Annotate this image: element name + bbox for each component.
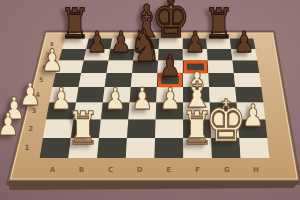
square-d1[interactable] [126, 138, 155, 158]
piece-white-rook-b1[interactable]: ♜ [67, 106, 99, 151]
captured-white-pawn: ♟ [41, 45, 63, 76]
piece-black-rook-g8[interactable]: ♜ [204, 3, 234, 45]
board-front-face [8, 181, 300, 190]
rank-label-1: 1 [25, 143, 30, 152]
square-c1[interactable] [97, 138, 127, 158]
captured-white-pawn: ♟ [0, 109, 19, 140]
file-label-d: D [137, 166, 143, 174]
piece-black-rook-a8[interactable]: ♜ [60, 3, 90, 45]
file-label-a: A [50, 166, 56, 174]
file-label-f: F [195, 166, 200, 174]
file-label-e: E [166, 166, 171, 174]
chess-table: ABCDEFGH12345678 ♜♝♚♜♟♟♟♟♞♟♟♟♟♟♝♟♜♜♚♟♟♟♟ [0, 0, 300, 200]
square-c2[interactable] [99, 120, 128, 139]
square-e2[interactable] [155, 120, 183, 139]
piece-white-pawn-c3[interactable]: ♟ [104, 83, 126, 113]
square-h5[interactable] [234, 73, 261, 87]
square-b6[interactable] [81, 61, 108, 74]
square-d2[interactable] [127, 120, 156, 139]
square-b4[interactable] [76, 87, 105, 103]
file-label-h: H [253, 166, 259, 174]
file-label-g: G [224, 166, 230, 174]
piece-black-pawn-b7[interactable]: ♟ [86, 28, 107, 57]
piece-white-king-g1[interactable]: ♚ [205, 93, 246, 151]
piece-black-knight-d6[interactable]: ♞ [129, 24, 161, 69]
square-b5[interactable] [79, 73, 107, 87]
piece-white-pawn-e3[interactable]: ♟ [159, 83, 181, 113]
piece-black-pawn-e5[interactable]: ♟ [159, 53, 180, 83]
piece-black-pawn-h7[interactable]: ♟ [234, 28, 255, 57]
square-h6[interactable] [233, 61, 260, 74]
piece-black-pawn-f7[interactable]: ♟ [185, 28, 206, 57]
square-g7[interactable] [207, 49, 233, 61]
square-e1[interactable] [155, 138, 184, 158]
rank-label-2: 2 [28, 125, 33, 133]
file-label-b: B [79, 166, 84, 174]
piece-white-pawn-d3[interactable]: ♟ [131, 83, 153, 113]
file-label-c: C [108, 166, 113, 174]
